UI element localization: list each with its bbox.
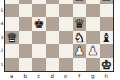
square-d5[interactable] [46,4,60,18]
square-g1[interactable] [86,58,100,72]
piece-white-pawn-f2[interactable]: ♟ [74,44,85,58]
square-g3[interactable] [86,31,100,45]
chess-board: ♜♜♚♛♛♞♝♟♟♚ [4,0,114,72]
square-h1[interactable]: ♚ [100,58,114,72]
square-c3[interactable] [32,31,46,45]
file-label-b: b [19,72,33,80]
square-d4[interactable] [46,17,60,31]
file-label-a: a [5,72,19,80]
square-h4[interactable] [100,17,114,31]
square-c4[interactable]: ♚ [32,17,46,31]
square-g5[interactable] [86,4,100,18]
piece-white-pawn-g2[interactable]: ♟ [87,44,98,58]
piece-black-queen-f4[interactable]: ♛ [74,17,85,31]
square-c1[interactable] [32,58,46,72]
square-e4[interactable] [59,17,73,31]
square-g2[interactable]: ♟ [86,44,100,58]
file-label-c: c [32,72,46,80]
piece-white-knight-f3[interactable]: ♞ [74,31,85,45]
square-e1[interactable] [59,58,73,72]
square-e2[interactable] [59,44,73,58]
piece-black-bishop-h3[interactable]: ♝ [101,31,112,45]
square-a2[interactable] [5,44,19,58]
chess-diagram: 654321 ♜♜♚♛♛♞♝♟♟♚ abcdefgh [0,0,120,80]
piece-white-king-h1[interactable]: ♚ [101,58,112,72]
square-b3[interactable] [19,31,33,45]
square-a5[interactable] [5,4,19,18]
piece-white-queen-a3[interactable]: ♛ [6,31,17,45]
square-h3[interactable]: ♝ [100,31,114,45]
square-f5[interactable] [73,4,87,18]
square-b5[interactable] [19,4,33,18]
square-b2[interactable] [19,44,33,58]
square-h2[interactable] [100,44,114,58]
square-d3[interactable] [46,31,60,45]
square-b1[interactable] [19,58,33,72]
square-a4[interactable] [5,17,19,31]
square-a1[interactable] [5,58,19,72]
square-f1[interactable] [73,58,87,72]
file-label-g: g [86,72,100,80]
file-label-e: e [59,72,73,80]
square-c5[interactable] [32,4,46,18]
file-labels: abcdefgh [5,72,113,80]
square-d2[interactable] [46,44,60,58]
square-e3[interactable] [59,31,73,45]
square-a3[interactable]: ♛ [5,31,19,45]
square-b4[interactable] [19,17,33,31]
file-label-h: h [100,72,114,80]
square-c2[interactable] [32,44,46,58]
square-e5[interactable] [59,4,73,18]
square-f4[interactable]: ♛ [73,17,87,31]
square-g4[interactable] [86,17,100,31]
square-f3[interactable]: ♞ [73,31,87,45]
square-h5[interactable] [100,4,114,18]
square-f2[interactable]: ♟ [73,44,87,58]
file-label-d: d [46,72,60,80]
file-label-f: f [73,72,87,80]
piece-black-king-c4[interactable]: ♚ [33,17,44,31]
square-d1[interactable] [46,58,60,72]
